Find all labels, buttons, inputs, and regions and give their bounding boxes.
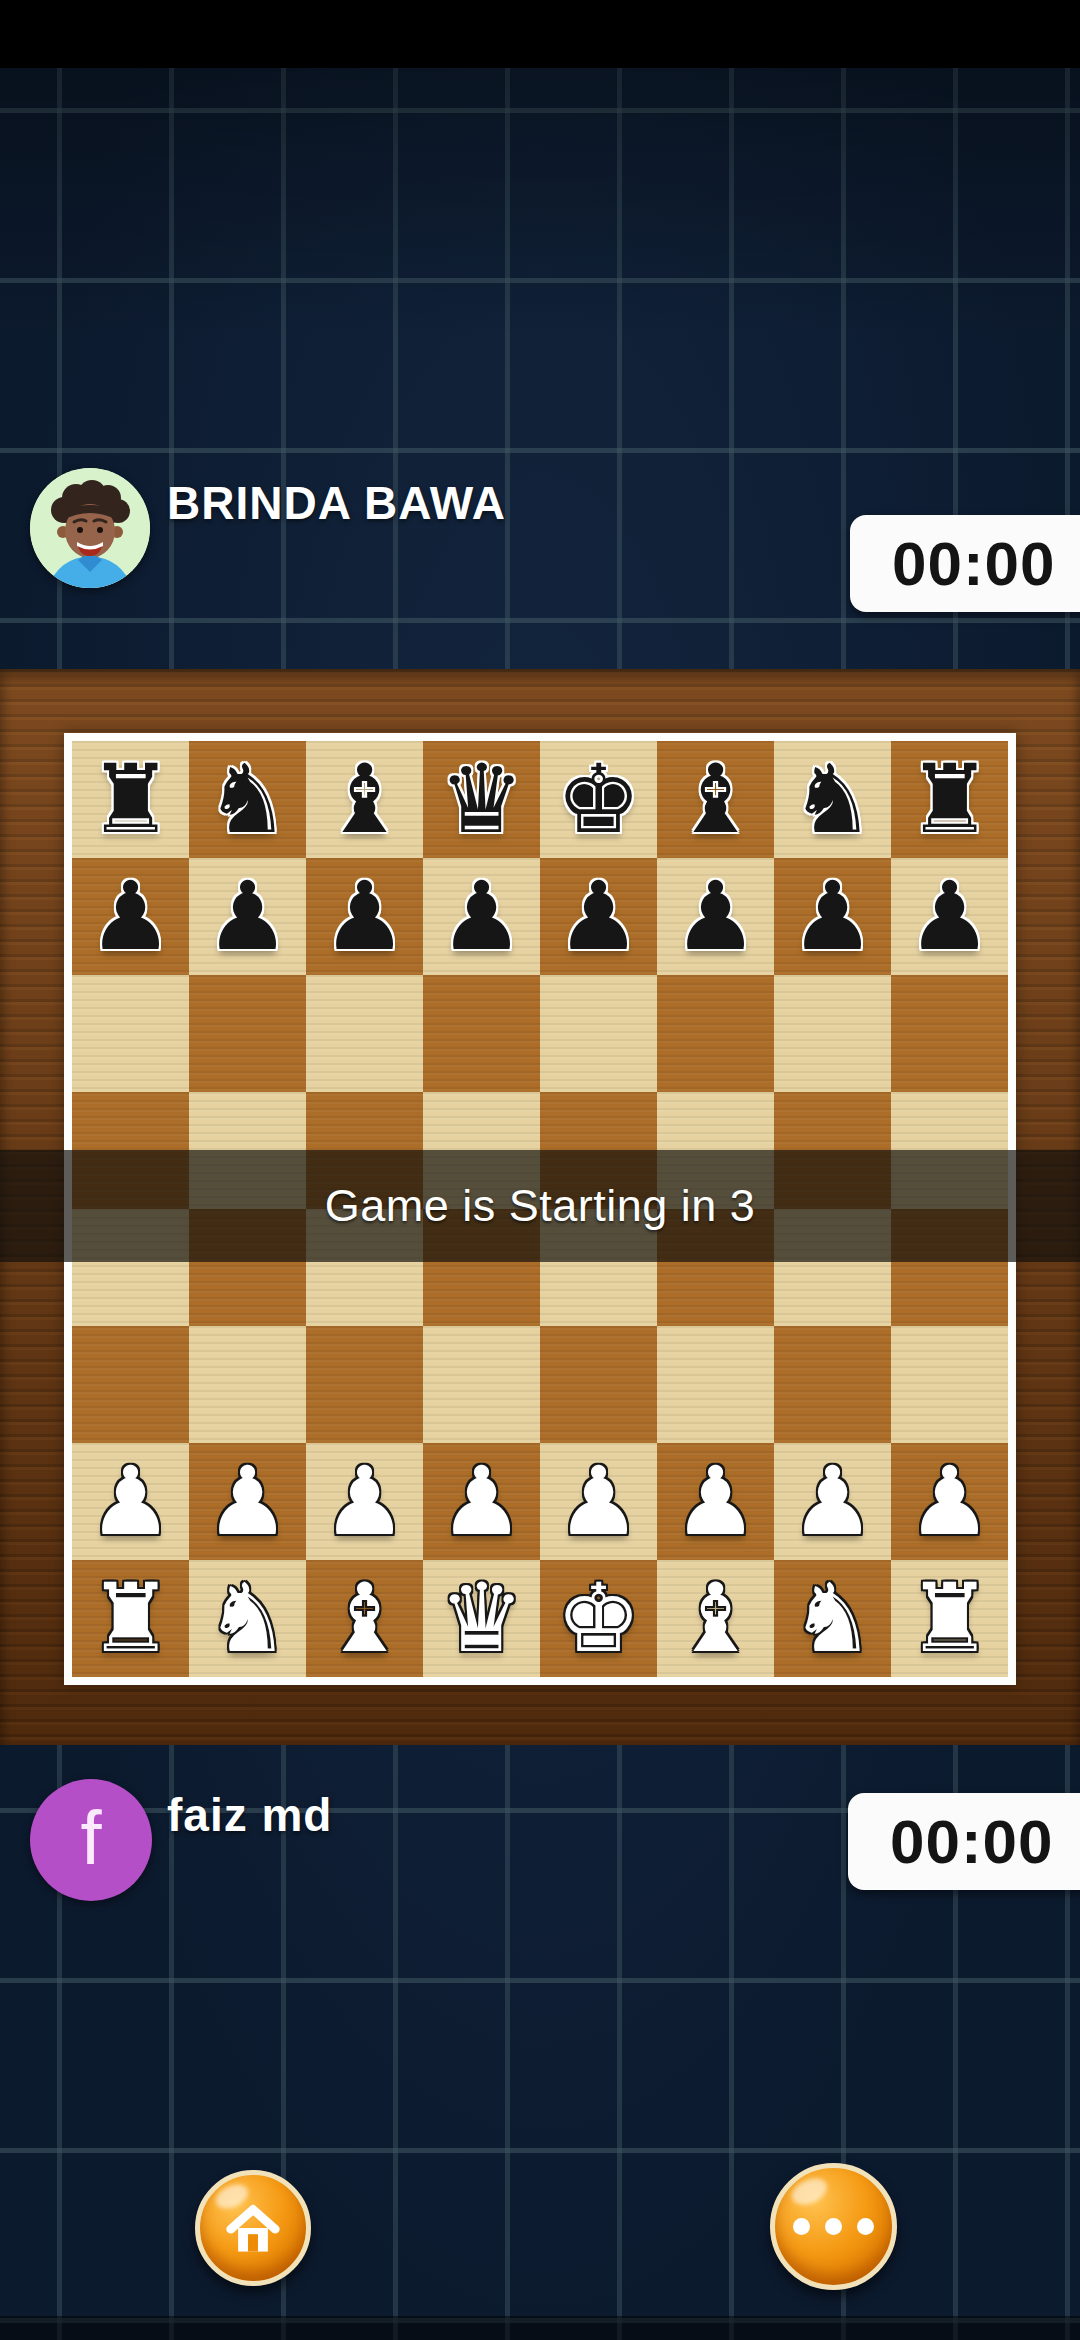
square-h8[interactable]: ♜: [891, 741, 1008, 858]
square-c3[interactable]: [306, 1326, 423, 1443]
square-a6[interactable]: [72, 975, 189, 1092]
piece-black-pawn: ♟: [907, 858, 992, 975]
piece-white-pawn: ♟: [907, 1443, 992, 1560]
square-e6[interactable]: [540, 975, 657, 1092]
square-d1[interactable]: ♛: [423, 1560, 540, 1677]
piece-black-bishop: ♝: [673, 741, 758, 858]
square-c7[interactable]: ♟: [306, 858, 423, 975]
piece-white-pawn: ♟: [556, 1443, 641, 1560]
square-c1[interactable]: ♝: [306, 1560, 423, 1677]
piece-black-pawn: ♟: [556, 858, 641, 975]
cartoon-boy-avatar: [30, 468, 150, 588]
piece-white-pawn: ♟: [322, 1443, 407, 1560]
countdown-text: Game is Starting in 3: [325, 1180, 756, 1232]
piece-white-pawn: ♟: [205, 1443, 290, 1560]
square-e1[interactable]: ♚: [540, 1560, 657, 1677]
piece-black-knight: ♞: [205, 741, 290, 858]
square-g1[interactable]: ♞: [774, 1560, 891, 1677]
square-d6[interactable]: [423, 975, 540, 1092]
square-d8[interactable]: ♛: [423, 741, 540, 858]
square-h6[interactable]: [891, 975, 1008, 1092]
square-f8[interactable]: ♝: [657, 741, 774, 858]
square-b1[interactable]: ♞: [189, 1560, 306, 1677]
menu-button[interactable]: [770, 2163, 897, 2290]
square-h7[interactable]: ♟: [891, 858, 1008, 975]
square-d7[interactable]: ♟: [423, 858, 540, 975]
bottom-player-clock: 00:00: [848, 1793, 1080, 1890]
bottom-player-avatar: f: [30, 1779, 152, 1901]
top-player-avatar: [30, 468, 150, 588]
square-b6[interactable]: [189, 975, 306, 1092]
piece-black-pawn: ♟: [205, 858, 290, 975]
square-f2[interactable]: ♟: [657, 1443, 774, 1560]
square-b7[interactable]: ♟: [189, 858, 306, 975]
bottom-clock-time: 00:00: [890, 1806, 1054, 1877]
piece-white-bishop: ♝: [322, 1560, 407, 1677]
square-h1[interactable]: ♜: [891, 1560, 1008, 1677]
square-g6[interactable]: [774, 975, 891, 1092]
square-f3[interactable]: [657, 1326, 774, 1443]
piece-white-king: ♚: [556, 1560, 641, 1677]
bottom-player-name: faiz md: [167, 1788, 332, 1842]
square-g8[interactable]: ♞: [774, 741, 891, 858]
avatar-letter: f: [80, 1800, 101, 1876]
square-a3[interactable]: [72, 1326, 189, 1443]
square-b3[interactable]: [189, 1326, 306, 1443]
square-c2[interactable]: ♟: [306, 1443, 423, 1560]
square-e2[interactable]: ♟: [540, 1443, 657, 1560]
square-a2[interactable]: ♟: [72, 1443, 189, 1560]
piece-white-queen: ♛: [439, 1560, 524, 1677]
square-b8[interactable]: ♞: [189, 741, 306, 858]
square-c8[interactable]: ♝: [306, 741, 423, 858]
square-f6[interactable]: [657, 975, 774, 1092]
square-h3[interactable]: [891, 1326, 1008, 1443]
square-a1[interactable]: ♜: [72, 1560, 189, 1677]
square-a8[interactable]: ♜: [72, 741, 189, 858]
square-f7[interactable]: ♟: [657, 858, 774, 975]
piece-black-rook: ♜: [88, 741, 173, 858]
square-f1[interactable]: ♝: [657, 1560, 774, 1677]
piece-black-knight: ♞: [790, 741, 875, 858]
status-bar: [0, 0, 1080, 68]
piece-white-knight: ♞: [205, 1560, 290, 1677]
square-e7[interactable]: ♟: [540, 858, 657, 975]
piece-black-queen: ♛: [439, 741, 524, 858]
top-player-clock: 00:00: [850, 515, 1080, 612]
piece-white-pawn: ♟: [790, 1443, 875, 1560]
piece-white-pawn: ♟: [673, 1443, 758, 1560]
piece-black-pawn: ♟: [88, 858, 173, 975]
square-d2[interactable]: ♟: [423, 1443, 540, 1560]
home-icon: [222, 2197, 284, 2259]
square-b2[interactable]: ♟: [189, 1443, 306, 1560]
piece-white-pawn: ♟: [88, 1443, 173, 1560]
square-g7[interactable]: ♟: [774, 858, 891, 975]
piece-white-bishop: ♝: [673, 1560, 758, 1677]
piece-white-rook: ♜: [907, 1560, 992, 1677]
top-clock-time: 00:00: [892, 528, 1056, 599]
home-button[interactable]: [195, 2170, 311, 2286]
piece-black-king: ♚: [556, 741, 641, 858]
square-e3[interactable]: [540, 1326, 657, 1443]
ellipsis-icon: [793, 2218, 874, 2235]
square-g3[interactable]: [774, 1326, 891, 1443]
square-g2[interactable]: ♟: [774, 1443, 891, 1560]
piece-black-pawn: ♟: [322, 858, 407, 975]
piece-black-pawn: ♟: [439, 858, 524, 975]
piece-white-rook: ♜: [88, 1560, 173, 1677]
square-a7[interactable]: ♟: [72, 858, 189, 975]
piece-white-knight: ♞: [790, 1560, 875, 1677]
piece-black-pawn: ♟: [673, 858, 758, 975]
top-player-name: BRINDA BAWA: [167, 476, 506, 530]
piece-black-bishop: ♝: [322, 741, 407, 858]
square-d3[interactable]: [423, 1326, 540, 1443]
piece-white-pawn: ♟: [439, 1443, 524, 1560]
piece-black-rook: ♜: [907, 741, 992, 858]
square-c6[interactable]: [306, 975, 423, 1092]
square-e8[interactable]: ♚: [540, 741, 657, 858]
square-h2[interactable]: ♟: [891, 1443, 1008, 1560]
piece-black-pawn: ♟: [790, 858, 875, 975]
countdown-banner: Game is Starting in 3: [0, 1150, 1080, 1262]
bottom-shade: [0, 2316, 1080, 2340]
